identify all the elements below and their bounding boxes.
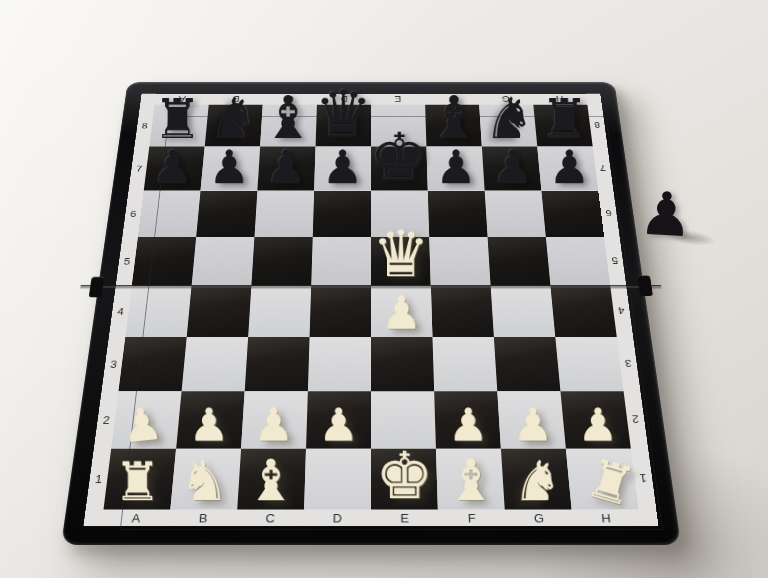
square-e4: ♟: [371, 286, 432, 337]
file-label-f-bottom: F: [438, 509, 506, 526]
piece-white-p-h2: ♟: [578, 403, 619, 448]
square-c1: ♝: [237, 449, 306, 510]
square-f8: ♝: [425, 105, 482, 147]
chess-board: ABCDEFGH8♜♞♝♛♝♞♜87♟♟♟♟♚♟♟♟7665♛54♟4332♟♟…: [61, 82, 681, 545]
square-h2: ♟: [560, 391, 630, 448]
square-d1: [304, 449, 371, 510]
file-label-c-bottom: C: [236, 509, 304, 526]
piece-white-k-e1: ♚: [375, 444, 433, 509]
square-b7: ♟: [201, 147, 261, 191]
square-a5: [132, 237, 196, 286]
square-c5: [251, 237, 312, 286]
square-g8: ♞: [479, 105, 537, 147]
square-e3: [371, 337, 434, 391]
square-h1: ♜: [566, 449, 639, 510]
board-frame: ABCDEFGH8♜♞♝♛♝♞♜87♟♟♟♟♚♟♟♟7665♛54♟4332♟♟…: [61, 82, 681, 545]
piece-white-p-g2: ♟: [513, 403, 554, 448]
square-h6: [541, 191, 604, 237]
file-label-b-bottom: B: [169, 509, 237, 526]
square-f3: [432, 337, 497, 391]
square-e2: [371, 391, 436, 448]
piece-black-p-g7: ♟: [492, 144, 534, 190]
file-label-b-top: B: [209, 94, 264, 105]
square-g4: [491, 286, 556, 337]
square-d4: [310, 286, 371, 337]
square-b3: [182, 337, 249, 391]
piece-white-n-b1: ♞: [180, 454, 229, 509]
square-d2: ♟: [306, 391, 371, 448]
square-a3: [118, 337, 186, 391]
piece-black-p-c7: ♟: [265, 144, 307, 190]
square-c3: [245, 337, 310, 391]
file-label-h-bottom: H: [572, 509, 641, 526]
square-b2: ♟: [176, 391, 245, 448]
square-a8: ♜: [149, 105, 208, 147]
square-f5: [429, 237, 490, 286]
board-grid: ABCDEFGH8♜♞♝♛♝♞♜87♟♟♟♟♚♟♟♟7665♛54♟4332♟♟…: [84, 94, 659, 526]
label-corner: [639, 509, 659, 526]
file-label-c-top: C: [263, 94, 317, 105]
square-d7: ♟: [314, 147, 371, 191]
square-e8: [371, 105, 426, 147]
square-f4: [431, 286, 494, 337]
square-c8: ♝: [260, 105, 317, 147]
file-label-a-bottom: A: [101, 509, 170, 526]
square-g3: [494, 337, 561, 391]
hinge-clasp-left: [89, 277, 105, 298]
square-a6: [138, 191, 201, 237]
piece-black-p-h7: ♟: [549, 144, 591, 190]
square-b8: ♞: [205, 105, 263, 147]
square-b1: ♞: [170, 449, 241, 510]
photo-scene: ABCDEFGH8♜♞♝♛♝♞♜87♟♟♟♟♚♟♟♟7665♛54♟4332♟♟…: [0, 0, 768, 578]
file-label-a-top: A: [155, 94, 210, 105]
square-e6: [371, 191, 429, 237]
file-label-d-bottom: D: [304, 509, 371, 526]
square-b4: [187, 286, 252, 337]
file-label-g-bottom: G: [505, 509, 573, 526]
square-h5: [546, 237, 610, 286]
file-label-e-top: E: [371, 94, 425, 105]
square-c4: [248, 286, 311, 337]
square-d6: [313, 191, 371, 237]
square-f6: [428, 191, 488, 237]
square-g6: [485, 191, 546, 237]
piece-black-q-d8: ♛: [314, 82, 372, 147]
square-g5: [488, 237, 551, 286]
file-label-e-bottom: E: [371, 509, 438, 526]
captured-black-pawn: ♟: [637, 183, 694, 246]
square-f7: ♟: [426, 147, 484, 191]
piece-white-n-g1: ♞: [513, 454, 562, 509]
piece-white-p-c2: ♟: [253, 403, 294, 448]
piece-black-p-d7: ♟: [322, 144, 364, 190]
piece-black-p-b7: ♟: [208, 144, 250, 190]
piece-white-b-f1: ♝: [446, 452, 497, 509]
piece-black-p-a7: ♟: [152, 144, 194, 190]
piece-white-r-a1: ♜: [114, 456, 162, 509]
piece-white-p-f2: ♟: [448, 403, 489, 448]
piece-white-r-h1: ♜: [581, 451, 641, 515]
piece-white-p-d2: ♟: [318, 403, 359, 448]
square-c6: [254, 191, 314, 237]
square-c7: ♟: [257, 147, 315, 191]
square-e1: ♚: [371, 449, 438, 510]
square-b5: [192, 237, 255, 286]
piece-black-p-f7: ♟: [435, 144, 477, 190]
file-label-h-top: H: [532, 94, 587, 105]
square-h3: [555, 337, 623, 391]
square-e7: ♚: [371, 147, 428, 191]
square-g7: ♟: [482, 147, 542, 191]
square-a1: ♜: [103, 449, 176, 510]
square-f1: ♝: [436, 449, 505, 510]
square-a7: ♟: [144, 147, 205, 191]
square-a4: [125, 286, 191, 337]
piece-white-b-c1: ♝: [245, 452, 296, 509]
square-g2: ♟: [497, 391, 566, 448]
piece-white-p-a2: ♟: [120, 401, 165, 450]
square-g1: ♞: [501, 449, 572, 510]
label-corner: [84, 509, 104, 526]
square-c2: ♟: [241, 391, 308, 448]
square-e5: ♛: [371, 237, 431, 286]
square-d3: [308, 337, 371, 391]
file-label-d-top: D: [317, 94, 371, 105]
piece-white-p-b2: ♟: [189, 403, 230, 448]
square-a2: ♟: [111, 391, 181, 448]
file-label-g-top: G: [479, 94, 534, 105]
file-label-f-top: F: [425, 94, 479, 105]
square-d8: ♛: [316, 105, 371, 147]
label-corner: [140, 94, 156, 105]
piece-white-p-e4: ♟: [381, 291, 422, 337]
square-h7: ♟: [537, 147, 598, 191]
square-f2: ♟: [434, 391, 501, 448]
square-b6: [196, 191, 257, 237]
label-corner: [586, 94, 602, 105]
board-playing-field: ABCDEFGH8♜♞♝♛♝♞♜87♟♟♟♟♚♟♟♟7665♛54♟4332♟♟…: [84, 94, 659, 526]
square-d5: [311, 237, 371, 286]
hinge-clasp-right: [637, 275, 653, 296]
square-h8: ♜: [533, 105, 592, 147]
square-h4: [550, 286, 616, 337]
